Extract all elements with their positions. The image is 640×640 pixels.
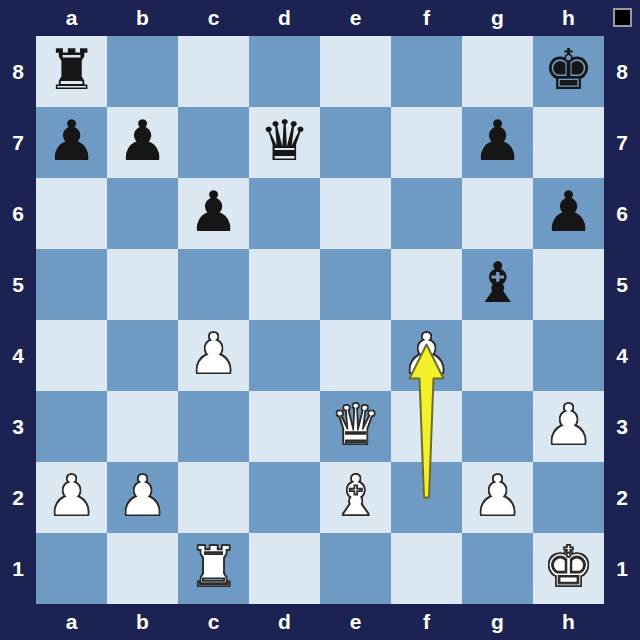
square-d3[interactable] — [249, 391, 320, 462]
square-d7[interactable]: ♛ — [249, 107, 320, 178]
file-label-bottom-f: f — [391, 604, 462, 640]
square-g1[interactable] — [462, 533, 533, 604]
square-c4[interactable]: ♟ — [178, 320, 249, 391]
piece-bb-g5: ♝ — [472, 255, 522, 311]
square-f5[interactable] — [391, 249, 462, 320]
square-h5[interactable] — [533, 249, 604, 320]
file-label-top-g: g — [462, 0, 533, 36]
piece-wp-f4: ♟ — [401, 326, 451, 382]
rank-label-right-3: 3 — [604, 391, 640, 462]
square-e5[interactable] — [320, 249, 391, 320]
rank-label-left-3: 3 — [0, 391, 36, 462]
square-a3[interactable] — [36, 391, 107, 462]
rank-label-right-5: 5 — [604, 249, 640, 320]
square-e3[interactable]: ♛ — [320, 391, 391, 462]
file-label-bottom-h: h — [533, 604, 604, 640]
square-g7[interactable]: ♟ — [462, 107, 533, 178]
piece-bk-h8: ♚ — [543, 42, 593, 98]
square-h2[interactable] — [533, 462, 604, 533]
square-f1[interactable] — [391, 533, 462, 604]
square-h3[interactable]: ♟ — [533, 391, 604, 462]
square-a5[interactable] — [36, 249, 107, 320]
rank-label-left-4: 4 — [0, 320, 36, 391]
square-a1[interactable] — [36, 533, 107, 604]
rank-label-left-7: 7 — [0, 107, 36, 178]
square-h7[interactable] — [533, 107, 604, 178]
square-g6[interactable] — [462, 178, 533, 249]
file-label-top-a: a — [36, 0, 107, 36]
square-b3[interactable] — [107, 391, 178, 462]
rank-label-right-1: 1 — [604, 533, 640, 604]
file-label-bottom-d: d — [249, 604, 320, 640]
piece-bp-g7: ♟ — [472, 113, 522, 169]
square-e2[interactable]: ♝ — [320, 462, 391, 533]
file-label-bottom-b: b — [107, 604, 178, 640]
square-a4[interactable] — [36, 320, 107, 391]
rank-label-left-2: 2 — [0, 462, 36, 533]
square-d1[interactable] — [249, 533, 320, 604]
side-to-move-indicator — [613, 8, 632, 27]
rank-label-right-2: 2 — [604, 462, 640, 533]
square-a6[interactable] — [36, 178, 107, 249]
square-d4[interactable] — [249, 320, 320, 391]
rank-label-right-8: 8 — [604, 36, 640, 107]
square-g2[interactable]: ♟ — [462, 462, 533, 533]
square-b4[interactable] — [107, 320, 178, 391]
rank-label-left-5: 5 — [0, 249, 36, 320]
square-h4[interactable] — [533, 320, 604, 391]
file-label-top-c: c — [178, 0, 249, 36]
file-label-top-d: d — [249, 0, 320, 36]
file-label-bottom-a: a — [36, 604, 107, 640]
square-c1[interactable]: ♜ — [178, 533, 249, 604]
piece-wp-a2: ♟ — [46, 468, 96, 524]
rank-label-left-1: 1 — [0, 533, 36, 604]
square-h6[interactable]: ♟ — [533, 178, 604, 249]
piece-bp-c6: ♟ — [188, 184, 238, 240]
square-b1[interactable] — [107, 533, 178, 604]
piece-bp-b7: ♟ — [117, 113, 167, 169]
square-f3[interactable] — [391, 391, 462, 462]
square-f7[interactable] — [391, 107, 462, 178]
square-f8[interactable] — [391, 36, 462, 107]
square-f2[interactable] — [391, 462, 462, 533]
piece-br-a8: ♜ — [46, 42, 96, 98]
piece-bq-d7: ♛ — [259, 113, 309, 169]
chess-board: ♜♚♟♟♛♟♟♟♝♟♟♛♟♟♟♝♟♜♚ — [36, 36, 604, 604]
rank-label-left-6: 6 — [0, 178, 36, 249]
file-label-top-h: h — [533, 0, 604, 36]
piece-wq-e3: ♛ — [330, 397, 380, 453]
file-label-top-b: b — [107, 0, 178, 36]
file-label-bottom-g: g — [462, 604, 533, 640]
square-g4[interactable] — [462, 320, 533, 391]
file-label-top-f: f — [391, 0, 462, 36]
square-e7[interactable] — [320, 107, 391, 178]
square-c6[interactable]: ♟ — [178, 178, 249, 249]
rank-label-right-4: 4 — [604, 320, 640, 391]
square-d6[interactable] — [249, 178, 320, 249]
square-c3[interactable] — [178, 391, 249, 462]
square-c5[interactable] — [178, 249, 249, 320]
rank-label-right-7: 7 — [604, 107, 640, 178]
square-d5[interactable] — [249, 249, 320, 320]
file-label-bottom-c: c — [178, 604, 249, 640]
square-g8[interactable] — [462, 36, 533, 107]
square-c7[interactable] — [178, 107, 249, 178]
square-e6[interactable] — [320, 178, 391, 249]
piece-wr-c1: ♜ — [188, 539, 238, 595]
square-b8[interactable] — [107, 36, 178, 107]
piece-wb-e2: ♝ — [330, 468, 380, 524]
square-a8[interactable]: ♜ — [36, 36, 107, 107]
square-b5[interactable] — [107, 249, 178, 320]
square-e4[interactable] — [320, 320, 391, 391]
square-g3[interactable] — [462, 391, 533, 462]
square-e1[interactable] — [320, 533, 391, 604]
square-d2[interactable] — [249, 462, 320, 533]
file-label-bottom-e: e — [320, 604, 391, 640]
file-label-top-e: e — [320, 0, 391, 36]
square-g5[interactable]: ♝ — [462, 249, 533, 320]
chessboard-frame: ♜♚♟♟♛♟♟♟♝♟♟♛♟♟♟♝♟♜♚ aabbccddeeffgghh8877… — [0, 0, 640, 640]
square-f6[interactable] — [391, 178, 462, 249]
rank-label-right-6: 6 — [604, 178, 640, 249]
piece-bp-h6: ♟ — [543, 184, 593, 240]
piece-wk-h1: ♚ — [543, 539, 593, 595]
piece-wp-b2: ♟ — [117, 468, 167, 524]
square-b2[interactable]: ♟ — [107, 462, 178, 533]
square-f4[interactable]: ♟ — [391, 320, 462, 391]
square-b7[interactable]: ♟ — [107, 107, 178, 178]
square-b6[interactable] — [107, 178, 178, 249]
square-d8[interactable] — [249, 36, 320, 107]
piece-wp-g2: ♟ — [472, 468, 522, 524]
piece-wp-h3: ♟ — [543, 397, 593, 453]
square-h8[interactable]: ♚ — [533, 36, 604, 107]
square-a7[interactable]: ♟ — [36, 107, 107, 178]
square-c8[interactable] — [178, 36, 249, 107]
square-c2[interactable] — [178, 462, 249, 533]
square-e8[interactable] — [320, 36, 391, 107]
piece-bp-a7: ♟ — [46, 113, 96, 169]
rank-label-left-8: 8 — [0, 36, 36, 107]
square-a2[interactable]: ♟ — [36, 462, 107, 533]
piece-wp-c4: ♟ — [188, 326, 238, 382]
square-h1[interactable]: ♚ — [533, 533, 604, 604]
